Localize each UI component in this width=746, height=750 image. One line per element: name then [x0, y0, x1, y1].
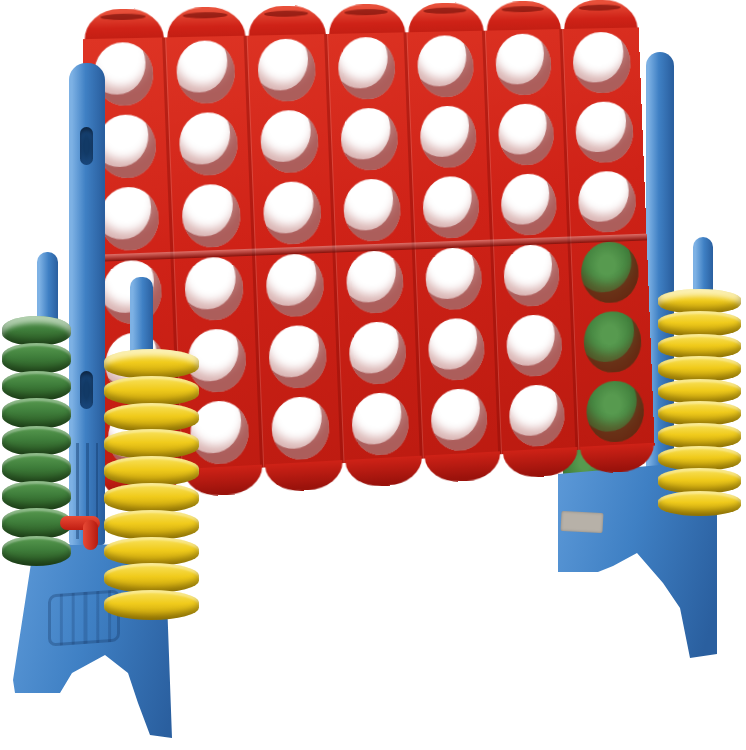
board-hole-green-showing [583, 310, 642, 374]
board-cell-c2-r2 [168, 108, 249, 183]
board-cell-c4-r2 [330, 103, 409, 177]
yellow-disc[interactable] [104, 403, 199, 433]
yellow-disc[interactable] [104, 456, 199, 486]
board-hole-empty [96, 114, 157, 179]
board-cell-c7-r3 [568, 167, 647, 240]
green-disc[interactable] [2, 453, 71, 483]
board-hole-empty [578, 171, 637, 234]
board-hole-green-showing [586, 380, 645, 444]
board-cell-c6-r1 [485, 29, 562, 101]
yellow-disc[interactable] [658, 491, 741, 516]
red-latch [60, 516, 100, 530]
board-hole-empty [340, 107, 399, 171]
board-cell-c6-r3 [490, 169, 567, 242]
bottom-scallop-6 [502, 447, 577, 479]
board-hole-empty [262, 181, 322, 245]
board-cell-c3-r6 [260, 392, 340, 468]
board-column-7[interactable] [562, 27, 654, 449]
green-disc[interactable] [2, 371, 71, 401]
yellow-disc[interactable] [104, 429, 199, 459]
board-cell-c3-r2 [249, 106, 329, 180]
left-green-disc-stack[interactable] [2, 319, 71, 566]
board-hole-empty [503, 243, 560, 307]
yellow-disc[interactable] [104, 563, 199, 593]
board-cell-c7-r1 [562, 27, 641, 99]
board-hole-empty [495, 33, 552, 96]
bottom-scallop-3 [265, 460, 343, 493]
yellow-disc[interactable] [104, 590, 199, 620]
green-disc[interactable] [2, 426, 71, 456]
bottom-scallop-5 [424, 451, 500, 483]
green-disc[interactable] [2, 316, 71, 346]
post-handle-slot [80, 127, 93, 165]
green-disc[interactable] [2, 343, 71, 373]
giant-connect-four-photo [0, 0, 746, 750]
board-hole-empty [178, 112, 238, 177]
yellow-disc[interactable] [104, 510, 199, 540]
post-handle-slot [80, 371, 93, 409]
board-cell-c5-r3 [412, 172, 490, 246]
board-cell-c4-r1 [327, 32, 406, 105]
right-yellow-disc-stack[interactable] [658, 292, 741, 516]
board-hole-empty [419, 105, 477, 168]
board-cell-c6-r2 [488, 99, 565, 172]
board-hole-empty [175, 40, 235, 104]
board-hole-empty [271, 396, 331, 461]
board-cell-c5-r5 [417, 313, 495, 387]
board-cell-c3-r5 [258, 320, 338, 395]
board-hole-empty [184, 256, 244, 321]
board-cell-c5-r2 [409, 101, 487, 174]
board-hole-empty [337, 36, 396, 99]
yellow-disc[interactable] [104, 349, 199, 379]
board-hole-empty [572, 31, 631, 93]
board-hole-empty [99, 186, 160, 251]
board-cell-c7-r5 [573, 306, 652, 380]
board-cell-c4-r4 [335, 246, 414, 320]
board-hole-empty [265, 253, 325, 318]
green-disc[interactable] [2, 481, 71, 511]
bottom-scallop-4 [345, 456, 422, 488]
board-cell-c4-r3 [333, 175, 412, 249]
board-hole-empty [497, 103, 554, 166]
board-hole-empty [506, 314, 563, 378]
board-cell-c3-r3 [252, 177, 332, 252]
yellow-disc[interactable] [104, 376, 199, 406]
board-hole-empty [260, 109, 320, 173]
board-hole-empty [268, 324, 328, 389]
board-cell-c6-r4 [493, 240, 570, 313]
board-hole-empty [500, 173, 557, 236]
board-cell-c2-r4 [173, 252, 254, 327]
board-hole-empty [348, 321, 407, 386]
board-cell-c2-r3 [171, 180, 252, 255]
yellow-disc[interactable] [658, 356, 741, 381]
board-hole-empty [257, 38, 317, 102]
board-cell-c7-r4 [570, 237, 649, 310]
yellow-disc[interactable] [104, 537, 199, 567]
board-cell-c5-r4 [415, 243, 493, 317]
yellow-disc[interactable] [104, 483, 199, 513]
board-cell-c2-r1 [165, 36, 246, 110]
board-hole-empty [425, 246, 483, 310]
board-cell-c3-r4 [255, 249, 335, 324]
board-hole-empty [430, 388, 488, 453]
left-post [69, 63, 105, 545]
yellow-disc[interactable] [658, 468, 741, 493]
board-cell-c7-r6 [576, 376, 655, 450]
board-hole-empty [345, 250, 404, 314]
green-disc[interactable] [2, 536, 71, 566]
board-hole-empty [422, 176, 480, 240]
board-hole-empty [343, 178, 402, 242]
board-cell-c3-r1 [247, 34, 327, 108]
board-hole-empty [575, 101, 634, 164]
green-disc[interactable] [2, 398, 71, 428]
board-cell-c6-r6 [498, 380, 575, 454]
board-cell-c5-r1 [406, 31, 484, 104]
board-hole-empty [427, 317, 485, 381]
board-hole-green-showing [580, 240, 639, 303]
board-cell-c6-r5 [496, 310, 573, 384]
board-hole-empty [351, 392, 410, 457]
board-cell-c7-r2 [565, 97, 644, 169]
board-hole-empty [508, 384, 565, 448]
board-cell-c5-r6 [420, 384, 498, 459]
label-sticker [561, 511, 604, 533]
bottom-scallop-7 [580, 443, 654, 475]
board-cell-c4-r6 [341, 388, 420, 463]
board-hole-empty [416, 34, 474, 97]
board-cell-c4-r5 [338, 317, 417, 392]
left-yellow-disc-stack[interactable] [104, 352, 199, 620]
board-hole-empty [181, 184, 241, 249]
